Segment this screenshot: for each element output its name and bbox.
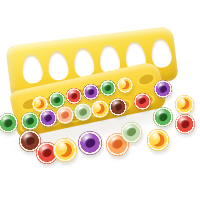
red-fruit-shape xyxy=(41,147,54,159)
brown-fruit-shape xyxy=(113,102,123,112)
red-fruit-shape xyxy=(179,119,191,130)
egg-brown[interactable] xyxy=(109,98,127,116)
brown-fruit-shape xyxy=(24,135,37,147)
lid-hole xyxy=(46,50,69,81)
red-fruit-shape xyxy=(69,92,78,101)
egg-sage[interactable] xyxy=(74,103,92,121)
yellow-fruit-shape xyxy=(150,132,166,148)
green-fruit-shape xyxy=(52,96,61,105)
green-fruit-shape xyxy=(103,84,112,93)
egg-yellow[interactable] xyxy=(147,129,169,151)
green-fruit-shape xyxy=(2,118,14,129)
yellow-fruit-shape xyxy=(94,103,107,116)
green-fruit-shape xyxy=(25,116,35,126)
yellow-fruit-shape xyxy=(56,141,73,158)
green-fruit-shape xyxy=(157,112,169,123)
sage-fruit-shape xyxy=(78,107,88,117)
egg-green[interactable] xyxy=(153,107,173,127)
egg-red[interactable] xyxy=(134,93,151,110)
egg-purple[interactable] xyxy=(154,80,172,98)
purple-fruit-shape xyxy=(86,88,95,97)
yellow-fruit-shape xyxy=(119,79,130,90)
egg-yellow[interactable] xyxy=(117,77,133,93)
matching-eggs-product-photo xyxy=(0,0,200,200)
yellow-fruit-shape xyxy=(177,97,190,110)
peach-fruit-shape xyxy=(60,110,70,120)
purple-fruit-shape xyxy=(158,84,168,94)
red-fruit-shape xyxy=(137,96,147,105)
orange-fruit-shape xyxy=(110,138,123,150)
egg-purple[interactable] xyxy=(78,131,102,155)
egg-purple[interactable] xyxy=(39,109,57,127)
sage-fruit-shape xyxy=(125,126,137,137)
egg-yellow[interactable] xyxy=(53,138,77,162)
lid-hole xyxy=(21,53,44,84)
egg-green[interactable] xyxy=(21,112,39,130)
yellow-fruit-shape xyxy=(34,98,45,109)
egg-red[interactable] xyxy=(175,114,195,134)
egg-sage[interactable] xyxy=(121,122,142,143)
egg-green[interactable] xyxy=(0,113,18,133)
purple-fruit-shape xyxy=(83,137,97,150)
purple-fruit-shape xyxy=(42,113,52,123)
egg-yellow[interactable] xyxy=(175,95,194,114)
